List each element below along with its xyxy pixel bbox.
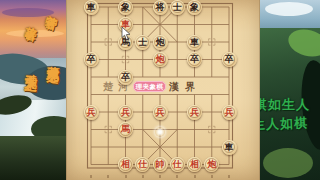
piece-black-炮[interactable]: 炮 (153, 35, 168, 50)
proverb-line-2: 生人如棋 (252, 114, 309, 134)
piece-red-兵[interactable]: 兵 (118, 105, 133, 120)
cloud-shape (6, 30, 64, 37)
piece-black-将[interactable]: 将 (153, 0, 168, 15)
piece-red-相[interactable]: 相 (118, 157, 133, 172)
piece-black-車[interactable]: 車 (187, 35, 202, 50)
move-highlight-sparkle (155, 127, 165, 137)
piece-black-象[interactable]: 象 (118, 0, 133, 15)
left-scenery-panel: 善守者 善攻者 藏于九地之下 动于九天之上 (0, 0, 67, 180)
piece-red-帥[interactable]: 帥 (153, 157, 168, 172)
piece-red-兵[interactable]: 兵 (222, 105, 237, 120)
piece-black-車[interactable]: 車 (84, 0, 99, 15)
cloud-shape (265, 2, 313, 16)
calligraphy-line-4: 动于九天之上 (23, 63, 40, 70)
foreground-hills (0, 136, 67, 180)
piece-red-馬[interactable]: 馬 (118, 122, 133, 137)
xiangqi-video-frame: 善守者 善攻者 藏于九地之下 动于九天之上 棋如生人 生人如棋 (0, 0, 320, 180)
piece-red-相[interactable]: 相 (187, 157, 202, 172)
piece-red-炮[interactable]: 炮 (153, 52, 168, 67)
piece-black-卒[interactable]: 卒 (222, 52, 237, 67)
piece-red-兵[interactable]: 兵 (153, 105, 168, 120)
proverb-line-1: 棋如生人 (254, 96, 310, 114)
mouse-cursor-icon (121, 27, 131, 41)
xiangqi-board[interactable]: 楚河 漢界 理夹象棋 車象将士象車馬士炮車卒炮卒卒卒兵兵兵兵兵馬車相仕帥仕相炮 (66, 0, 260, 180)
channel-watermark-badge: 理夹象棋 (133, 81, 166, 92)
piece-black-卒[interactable]: 卒 (84, 52, 99, 67)
piece-black-象[interactable]: 象 (187, 0, 202, 15)
foliage-shape (263, 148, 313, 178)
piece-black-卒[interactable]: 卒 (187, 52, 202, 67)
calligraphy-line-2: 藏于九地之下 (45, 55, 62, 62)
right-scenery-panel (257, 0, 320, 180)
piece-black-士[interactable]: 士 (170, 0, 185, 15)
river-label-han: 漢界 (169, 80, 201, 94)
piece-red-兵[interactable]: 兵 (187, 105, 202, 120)
piece-red-兵[interactable]: 兵 (84, 105, 99, 120)
piece-black-卒[interactable]: 卒 (118, 70, 133, 85)
piece-black-士[interactable]: 士 (135, 35, 150, 50)
piece-red-仕[interactable]: 仕 (170, 157, 185, 172)
piece-black-車[interactable]: 車 (222, 140, 237, 155)
